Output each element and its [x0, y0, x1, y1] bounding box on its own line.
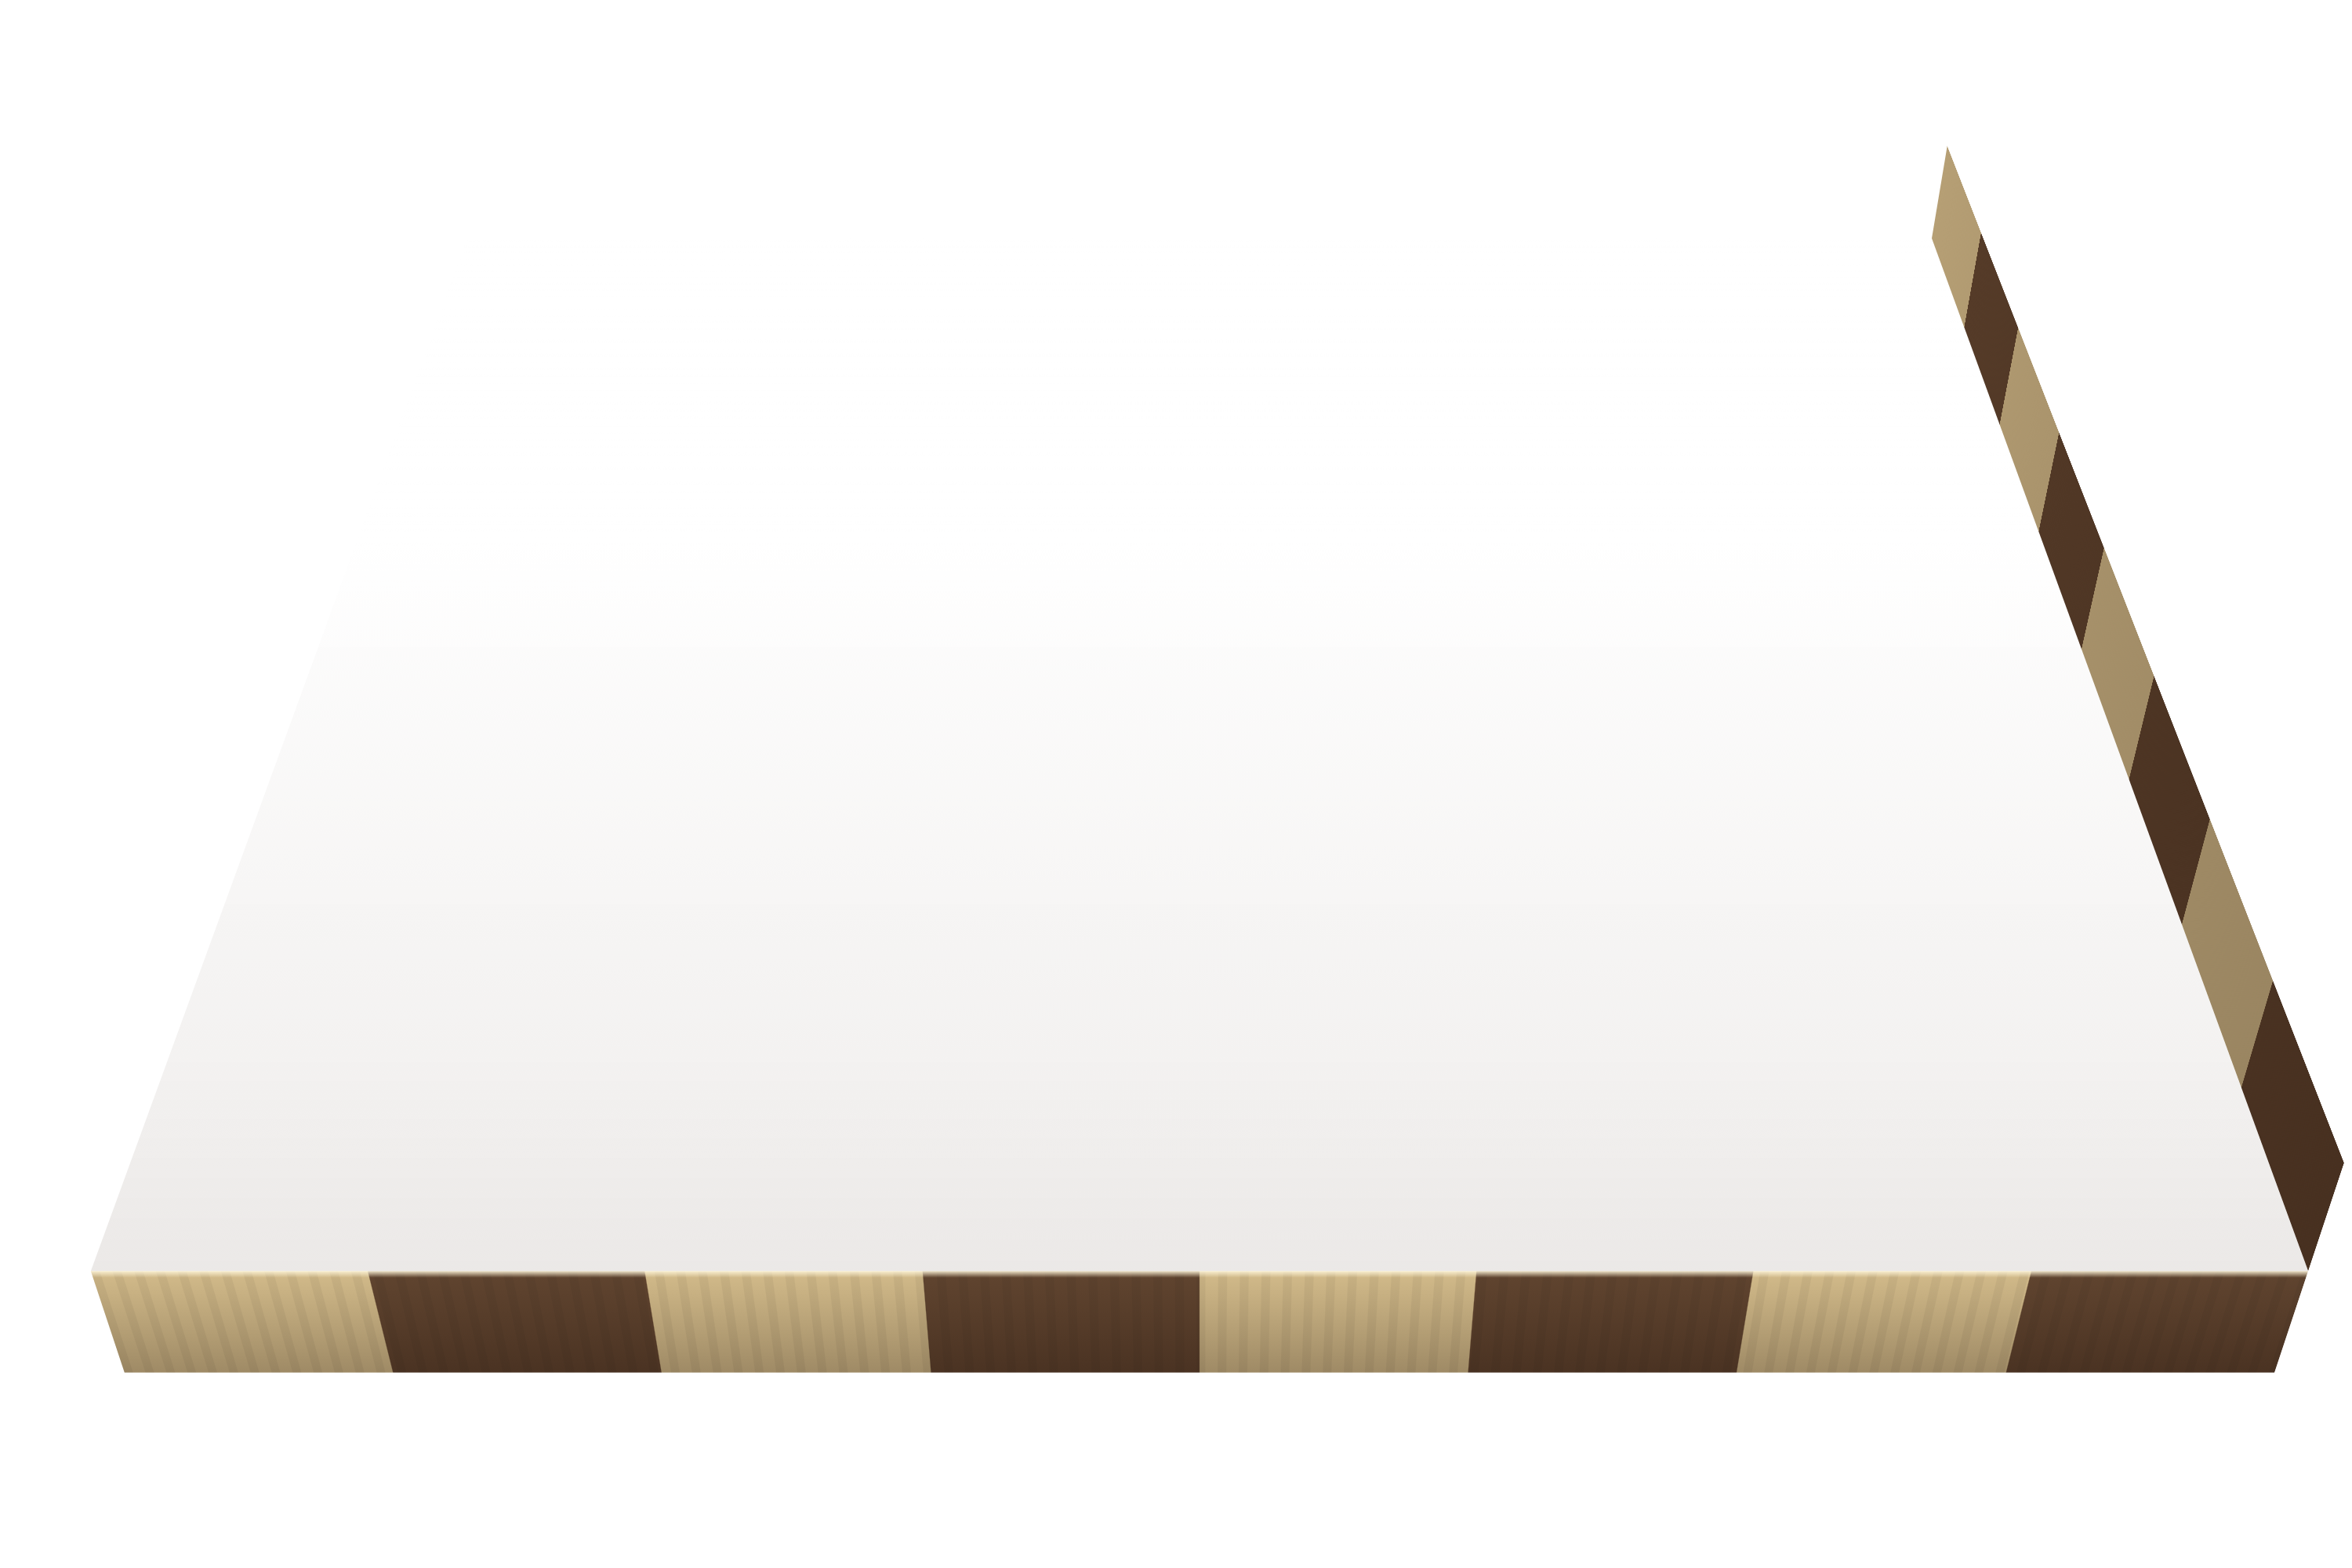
board-scene — [0, 0, 2352, 1568]
board-front-face — [91, 1271, 2308, 1373]
checkers-board — [91, 238, 2308, 1271]
board-grid — [91, 238, 2308, 1271]
